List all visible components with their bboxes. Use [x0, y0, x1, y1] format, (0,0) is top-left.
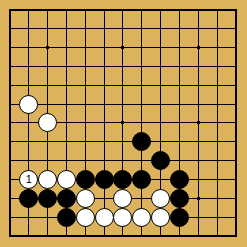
star-point-6-6: [121, 121, 124, 124]
black-stone-9-9: [170, 170, 189, 189]
move-number-label: 1: [26, 174, 32, 185]
black-stone-9-11: [170, 208, 189, 227]
black-stone-4-9: [76, 170, 95, 189]
white-stone-4-11: [76, 208, 95, 227]
white-stone-1-5: [19, 95, 38, 114]
grid-line-horizontal-8: [10, 160, 236, 161]
white-stone-7-11: [132, 208, 151, 227]
black-stone-5-9: [95, 170, 114, 189]
white-stone-8-10: [151, 189, 170, 208]
star-point-10-10: [197, 197, 200, 200]
go-diagram: 1: [0, 0, 247, 247]
white-stone-4-10: [76, 189, 95, 208]
grid-line-horizontal-7: [10, 141, 236, 142]
star-point-2-2: [46, 46, 49, 49]
white-stone-3-9: [57, 170, 76, 189]
white-stone-8-11: [151, 208, 170, 227]
star-point-6-2: [121, 46, 124, 49]
go-board: 1: [0, 0, 247, 247]
black-stone-2-10: [38, 189, 57, 208]
black-stone-3-10: [57, 189, 76, 208]
grid-line-vertical-7: [141, 10, 142, 236]
black-stone-3-11: [57, 208, 76, 227]
black-stone-9-10: [170, 189, 189, 208]
white-stone-2-9: [38, 170, 57, 189]
star-point-10-2: [197, 46, 200, 49]
star-point-10-6: [197, 121, 200, 124]
white-stone-5-11: [95, 208, 114, 227]
grid-line-vertical-11: [217, 10, 218, 236]
